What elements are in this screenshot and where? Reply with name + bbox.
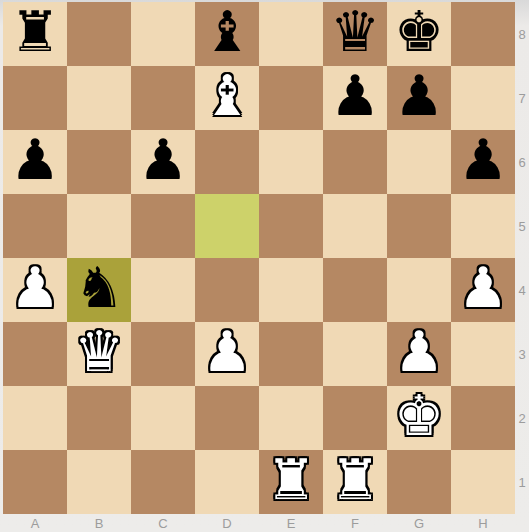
square-a4[interactable]: ♟	[3, 258, 67, 322]
black-king[interactable]: ♚	[394, 4, 444, 60]
file-label-d: D	[195, 514, 259, 532]
square-a7[interactable]	[3, 66, 67, 130]
file-labels: ABCDEFGH	[3, 514, 515, 532]
square-h5[interactable]	[451, 194, 515, 258]
square-b3[interactable]: ♛	[67, 322, 131, 386]
black-queen[interactable]: ♛	[330, 4, 380, 60]
square-g4[interactable]	[387, 258, 451, 322]
square-b1[interactable]	[67, 450, 131, 514]
square-e7[interactable]	[259, 66, 323, 130]
square-h7[interactable]	[451, 66, 515, 130]
black-pawn[interactable]: ♟	[394, 68, 444, 124]
file-label-b: B	[67, 514, 131, 532]
square-b7[interactable]	[67, 66, 131, 130]
square-g8[interactable]: ♚	[387, 2, 451, 66]
square-f5[interactable]	[323, 194, 387, 258]
square-e8[interactable]	[259, 2, 323, 66]
file-label-c: C	[131, 514, 195, 532]
square-f4[interactable]	[323, 258, 387, 322]
rank-label-2: 2	[515, 386, 529, 450]
square-f6[interactable]	[323, 130, 387, 194]
chess-board[interactable]: ♜♝♛♚♝♟♟♟♟♟♟♞♟♛♟♟♚♜♜	[3, 2, 515, 514]
square-b5[interactable]	[67, 194, 131, 258]
square-g1[interactable]	[387, 450, 451, 514]
white-pawn[interactable]: ♟	[394, 324, 444, 380]
square-d7[interactable]: ♝	[195, 66, 259, 130]
square-a8[interactable]: ♜	[3, 2, 67, 66]
square-h4[interactable]: ♟	[451, 258, 515, 322]
square-f2[interactable]	[323, 386, 387, 450]
black-pawn[interactable]: ♟	[138, 132, 188, 188]
square-g5[interactable]	[387, 194, 451, 258]
square-c4[interactable]	[131, 258, 195, 322]
square-h3[interactable]	[451, 322, 515, 386]
file-label-g: G	[387, 514, 451, 532]
square-c8[interactable]	[131, 2, 195, 66]
white-pawn[interactable]: ♟	[10, 260, 60, 316]
square-e3[interactable]	[259, 322, 323, 386]
square-h2[interactable]	[451, 386, 515, 450]
square-e6[interactable]	[259, 130, 323, 194]
square-a2[interactable]	[3, 386, 67, 450]
rank-label-7: 7	[515, 66, 529, 130]
black-pawn[interactable]: ♟	[458, 132, 508, 188]
square-e5[interactable]	[259, 194, 323, 258]
square-c1[interactable]	[131, 450, 195, 514]
file-label-e: E	[259, 514, 323, 532]
square-c5[interactable]	[131, 194, 195, 258]
square-e1[interactable]: ♜	[259, 450, 323, 514]
square-b8[interactable]	[67, 2, 131, 66]
square-d2[interactable]	[195, 386, 259, 450]
square-d3[interactable]: ♟	[195, 322, 259, 386]
white-pawn[interactable]: ♟	[458, 260, 508, 316]
square-e4[interactable]	[259, 258, 323, 322]
white-king[interactable]: ♚	[394, 388, 444, 444]
square-c6[interactable]: ♟	[131, 130, 195, 194]
square-a6[interactable]: ♟	[3, 130, 67, 194]
black-bishop[interactable]: ♝	[202, 4, 252, 60]
square-h8[interactable]	[451, 2, 515, 66]
square-b2[interactable]	[67, 386, 131, 450]
file-label-f: F	[323, 514, 387, 532]
square-b4[interactable]: ♞	[67, 258, 131, 322]
rank-label-8: 8	[515, 2, 529, 66]
rank-label-6: 6	[515, 130, 529, 194]
square-d8[interactable]: ♝	[195, 2, 259, 66]
square-a3[interactable]	[3, 322, 67, 386]
square-d6[interactable]	[195, 130, 259, 194]
white-rook[interactable]: ♜	[266, 452, 316, 508]
white-pawn[interactable]: ♟	[202, 324, 252, 380]
square-d1[interactable]	[195, 450, 259, 514]
white-rook[interactable]: ♜	[330, 452, 380, 508]
file-label-h: H	[451, 514, 515, 532]
square-a1[interactable]	[3, 450, 67, 514]
square-c3[interactable]	[131, 322, 195, 386]
square-d4[interactable]	[195, 258, 259, 322]
square-g2[interactable]: ♚	[387, 386, 451, 450]
square-a5[interactable]	[3, 194, 67, 258]
square-f8[interactable]: ♛	[323, 2, 387, 66]
square-c2[interactable]	[131, 386, 195, 450]
rank-label-5: 5	[515, 194, 529, 258]
file-label-a: A	[3, 514, 67, 532]
square-f3[interactable]	[323, 322, 387, 386]
square-g3[interactable]: ♟	[387, 322, 451, 386]
white-queen[interactable]: ♛	[74, 324, 124, 380]
square-g7[interactable]: ♟	[387, 66, 451, 130]
rank-labels: 87654321	[515, 2, 529, 514]
square-h1[interactable]	[451, 450, 515, 514]
square-f1[interactable]: ♜	[323, 450, 387, 514]
black-rook[interactable]: ♜	[10, 4, 60, 60]
square-e2[interactable]	[259, 386, 323, 450]
square-g6[interactable]	[387, 130, 451, 194]
square-f7[interactable]: ♟	[323, 66, 387, 130]
rank-label-3: 3	[515, 322, 529, 386]
black-pawn[interactable]: ♟	[10, 132, 60, 188]
black-pawn[interactable]: ♟	[330, 68, 380, 124]
square-h6[interactable]: ♟	[451, 130, 515, 194]
rank-label-1: 1	[515, 450, 529, 514]
square-d5[interactable]	[195, 194, 259, 258]
square-b6[interactable]	[67, 130, 131, 194]
square-c7[interactable]	[131, 66, 195, 130]
black-knight[interactable]: ♞	[74, 260, 124, 316]
rank-label-4: 4	[515, 258, 529, 322]
white-bishop[interactable]: ♝	[202, 68, 252, 124]
